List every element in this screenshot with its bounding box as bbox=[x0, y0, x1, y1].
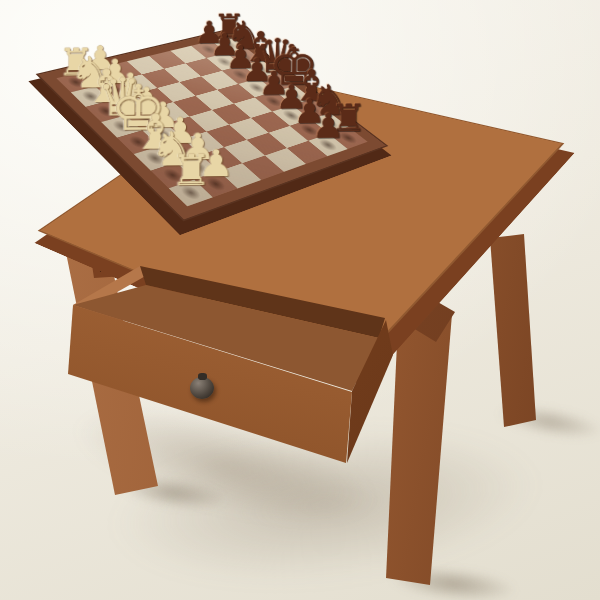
black-rook-piece: ♜ bbox=[211, 8, 248, 45]
piece-shadow bbox=[88, 70, 112, 84]
piece-shadow bbox=[315, 137, 341, 153]
piece-shadow bbox=[299, 102, 324, 116]
bottom-point-12 bbox=[317, 224, 411, 303]
piece-shadow bbox=[228, 68, 252, 81]
scene-game-table: ♜♞♝♛♚♝♞♜♟♟♟♟♟♟♟♟♟♟♟♟♟♟♟♟♜♞♝♛♚♝♞♜ bbox=[0, 0, 600, 600]
piece-shadow bbox=[317, 116, 342, 131]
piece-shadow bbox=[265, 76, 289, 89]
square-d1: ♛ bbox=[101, 115, 142, 138]
top-point-11 bbox=[382, 150, 463, 213]
piece-shadow bbox=[279, 108, 304, 122]
drawer-knob-icon bbox=[190, 377, 214, 399]
piece-shadow bbox=[297, 122, 322, 137]
piece-shadow bbox=[141, 150, 168, 167]
piece-shadow bbox=[102, 83, 127, 97]
piece-shadow bbox=[64, 75, 89, 89]
piece-shadow bbox=[133, 112, 159, 127]
top-point-12 bbox=[402, 155, 483, 220]
piece-shadow bbox=[118, 97, 143, 112]
piece-shadow bbox=[159, 166, 187, 184]
piece-shadow bbox=[78, 89, 103, 104]
piece-shadow bbox=[93, 104, 119, 119]
piece-shadow bbox=[125, 134, 152, 150]
piece-shadow bbox=[109, 118, 135, 134]
piece-shadow bbox=[177, 183, 205, 202]
